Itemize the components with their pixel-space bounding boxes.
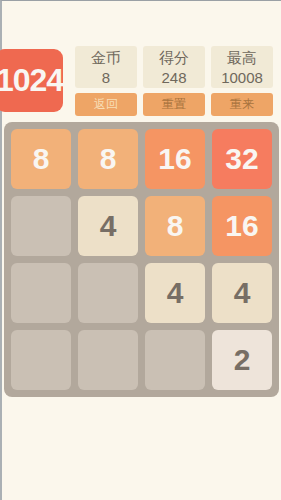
tile-8-r1c2: 8 — [78, 129, 138, 189]
empty-cell-r3c2 — [78, 263, 138, 323]
header: 1024 金币 8 返回 得分 248 重置 最高 10008 — [2, 1, 281, 116]
tile-4-r2c2: 4 — [78, 196, 138, 256]
score-value: 248 — [161, 68, 186, 87]
stat-col-coins: 金币 8 返回 — [75, 46, 137, 116]
game-board[interactable]: 8816324816442 — [4, 122, 279, 397]
reset-button[interactable]: 重置 — [143, 93, 205, 116]
tile-16-r2c4: 16 — [212, 196, 272, 256]
best-label: 最高 — [227, 48, 257, 68]
coins-label: 金币 — [91, 48, 121, 68]
tile-8-r2c3: 8 — [145, 196, 205, 256]
tile-4-r3c4: 4 — [212, 263, 272, 323]
empty-cell-r2c1 — [11, 196, 71, 256]
empty-cell-r4c2 — [78, 330, 138, 390]
score-stat-box: 得分 248 — [143, 46, 205, 88]
restart-button[interactable]: 重来 — [211, 93, 273, 116]
tile-16-r1c3: 16 — [145, 129, 205, 189]
empty-cell-r3c1 — [11, 263, 71, 323]
empty-cell-r4c1 — [11, 330, 71, 390]
best-value: 10008 — [221, 68, 263, 87]
stat-col-score: 得分 248 重置 — [143, 46, 205, 116]
score-label: 得分 — [159, 48, 189, 68]
tile-2-r4c4: 2 — [212, 330, 272, 390]
stat-col-best: 最高 10008 重来 — [211, 46, 273, 116]
back-button[interactable]: 返回 — [75, 93, 137, 116]
coins-stat-box: 金币 8 — [75, 46, 137, 88]
coins-value: 8 — [102, 68, 110, 87]
tile-32-r1c4: 32 — [212, 129, 272, 189]
best-stat-box: 最高 10008 — [211, 46, 273, 88]
game-screen: 1024 金币 8 返回 得分 248 重置 最高 10008 — [0, 0, 281, 500]
stats-panel: 金币 8 返回 得分 248 重置 最高 10008 重来 — [75, 46, 273, 116]
tile-4-r3c3: 4 — [145, 263, 205, 323]
tile-8-r1c1: 8 — [11, 129, 71, 189]
empty-cell-r4c3 — [145, 330, 205, 390]
logo-tile-1024: 1024 — [0, 49, 63, 112]
